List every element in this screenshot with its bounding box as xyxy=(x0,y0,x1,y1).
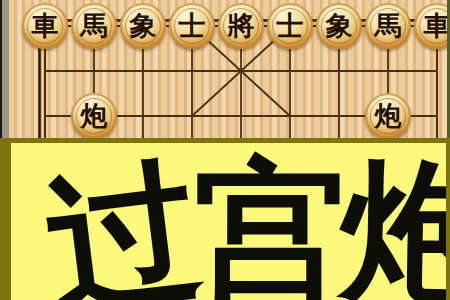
piece-black-elephant-right[interactable]: 象 xyxy=(316,3,362,49)
title-banner-fill: 过宫炮 xyxy=(11,143,446,300)
piece-glyph: 炮 xyxy=(375,102,402,129)
piece-glyph: 炮 xyxy=(81,102,108,129)
piece-black-horse-left[interactable]: 馬 xyxy=(71,3,117,49)
title-char-2: 宫 xyxy=(194,155,341,300)
piece-glyph: 象 xyxy=(326,12,353,39)
piece-black-horse-right[interactable]: 馬 xyxy=(365,3,411,49)
piece-glyph: 士 xyxy=(277,12,304,39)
screenshot-root: 車馬象士將士象馬車炮炮 过宫炮 xyxy=(0,0,450,300)
piece-glyph: 象 xyxy=(130,12,157,39)
piece-glyph: 馬 xyxy=(375,12,402,39)
opening-title: 过宫炮 xyxy=(47,155,446,300)
xiangqi-board[interactable]: 車馬象士將士象馬車炮炮 xyxy=(0,0,450,140)
piece-black-advisor-left[interactable]: 士 xyxy=(169,3,215,49)
piece-glyph: 將 xyxy=(228,12,255,39)
piece-black-cannon-right[interactable]: 炮 xyxy=(365,93,411,139)
piece-black-chariot-left[interactable]: 車 xyxy=(22,3,68,49)
piece-glyph: 車 xyxy=(32,12,59,39)
piece-black-advisor-right[interactable]: 士 xyxy=(267,3,313,49)
piece-glyph: 士 xyxy=(179,12,206,39)
piece-glyph: 馬 xyxy=(81,12,108,39)
title-char-3: 炮 xyxy=(340,154,446,300)
piece-black-elephant-left[interactable]: 象 xyxy=(120,3,166,49)
piece-black-cannon-left[interactable]: 炮 xyxy=(71,93,117,139)
piece-black-general[interactable]: 將 xyxy=(218,3,264,49)
title-banner: 过宫炮 xyxy=(0,138,450,300)
title-char-1: 过 xyxy=(39,153,203,300)
